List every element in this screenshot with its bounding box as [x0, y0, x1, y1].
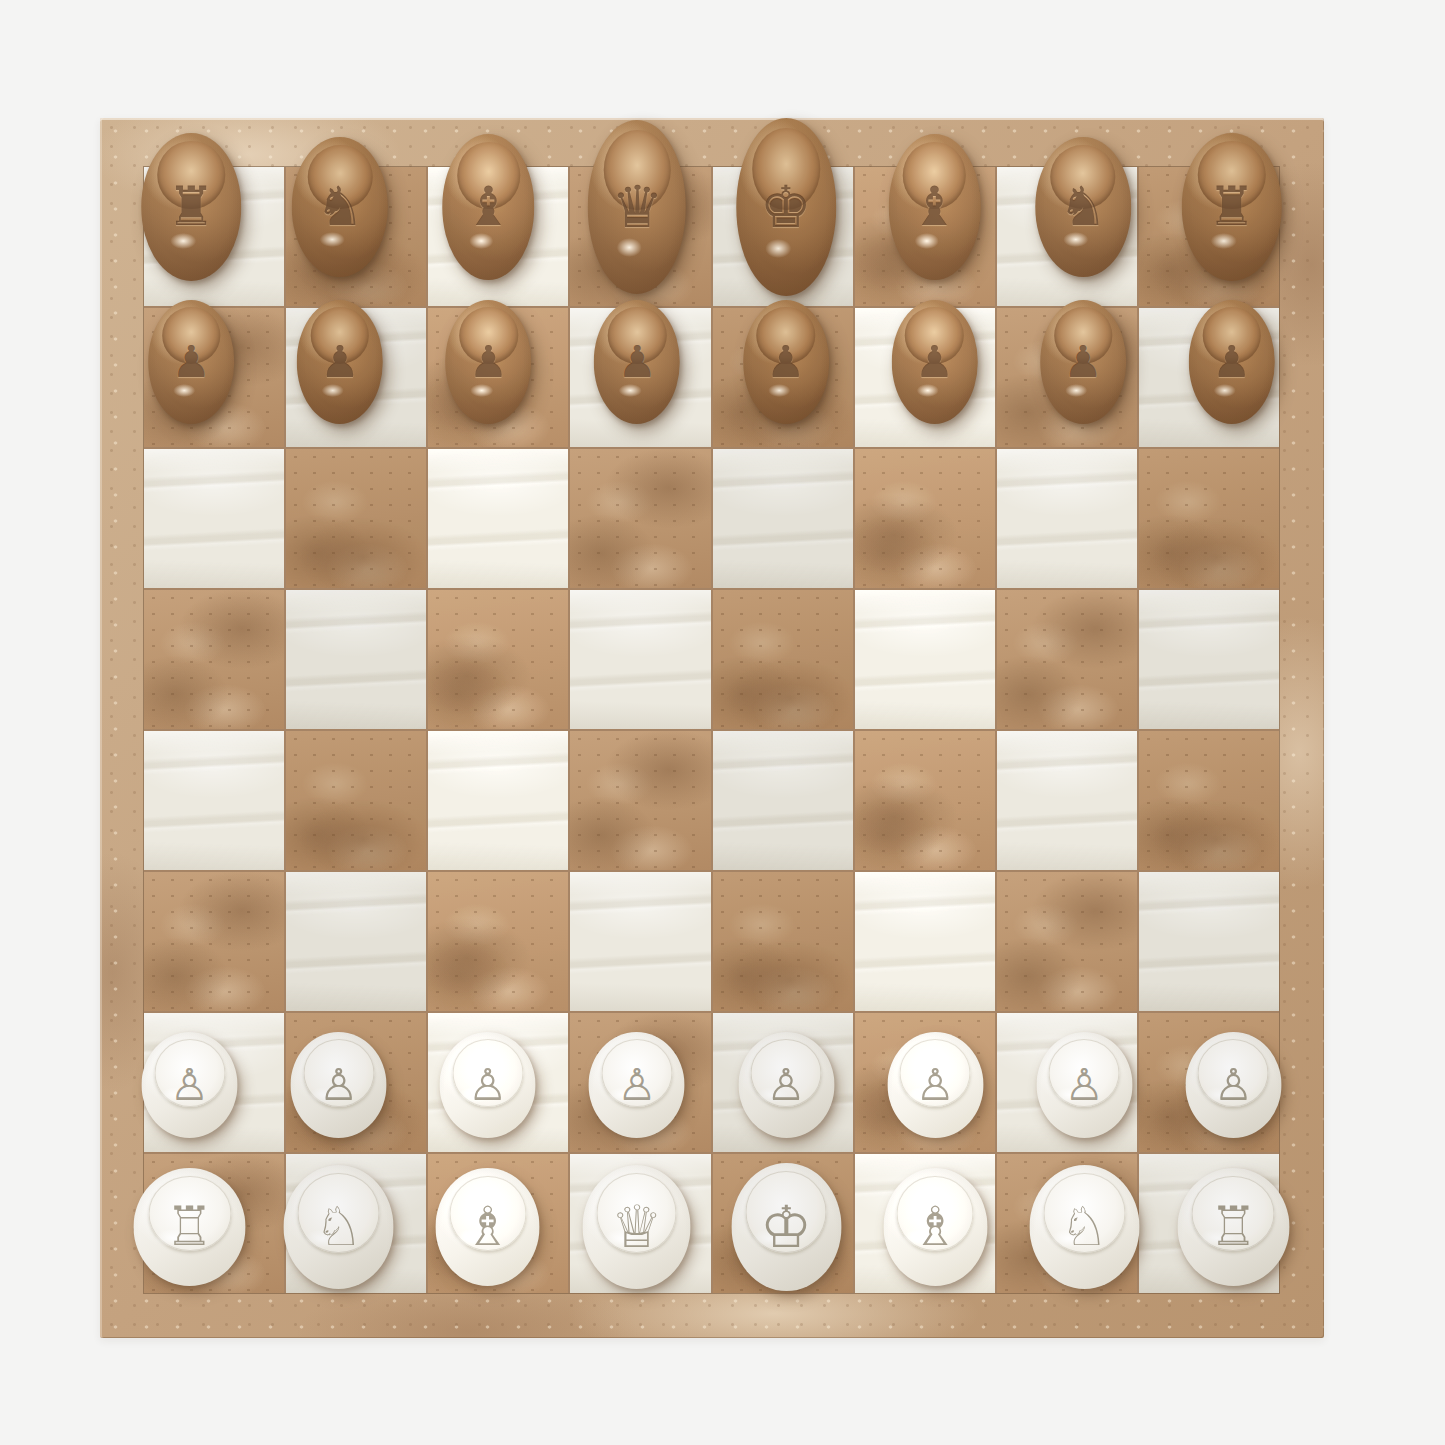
piece-glyph: ♘ — [314, 1200, 362, 1254]
piece-glyph: ♙ — [915, 1063, 954, 1107]
square-g8: ♞ — [997, 167, 1137, 306]
square-h7: ♟ — [1139, 308, 1279, 447]
piece-white-knight-b1: ♘ — [284, 1165, 394, 1289]
square-e1: ♔ — [713, 1154, 853, 1293]
piece-glyph: ♟ — [320, 340, 359, 384]
piece-glyph: ♙ — [1065, 1063, 1104, 1107]
square-g7: ♟ — [997, 308, 1137, 447]
square-d5 — [570, 590, 710, 729]
piece-glyph: ♖ — [1209, 1200, 1257, 1254]
piece-black-rook-a8: ♜ — [141, 133, 241, 281]
piece-glyph: ♗ — [911, 1200, 959, 1254]
piece-glyph: ♝ — [464, 180, 512, 234]
square-d7: ♟ — [570, 308, 710, 447]
square-b2: ♙ — [286, 1013, 426, 1152]
piece-glyph: ♝ — [910, 180, 958, 234]
piece-glyph: ♙ — [766, 1063, 805, 1107]
square-e8: ♚ — [713, 167, 853, 306]
square-c3 — [428, 872, 568, 1011]
piece-glyph: ♛ — [611, 178, 663, 236]
piece-white-pawn-b2: ♙ — [291, 1032, 387, 1138]
piece-black-bishop-f8: ♝ — [888, 134, 980, 280]
piece-glyph: ♙ — [617, 1063, 656, 1107]
piece-white-pawn-c2: ♙ — [440, 1032, 536, 1138]
square-d3 — [570, 872, 710, 1011]
square-e5 — [713, 590, 853, 729]
square-f3 — [855, 872, 995, 1011]
piece-glyph: ♙ — [468, 1063, 507, 1107]
square-c7: ♟ — [428, 308, 568, 447]
piece-glyph: ♙ — [1214, 1063, 1253, 1107]
piece-black-queen-d8: ♛ — [588, 120, 686, 294]
piece-black-pawn-d7: ♟ — [594, 300, 680, 424]
piece-black-pawn-g7: ♟ — [1040, 300, 1126, 424]
piece-black-pawn-e7: ♟ — [743, 300, 829, 424]
piece-glyph: ♞ — [1059, 180, 1107, 234]
piece-white-pawn-g2: ♙ — [1036, 1032, 1132, 1138]
board-grid: ♜♞♝♛♚♝♞♜♟♟♟♟♟♟♟♟♙♙♙♙♙♙♙♙♖♘♗♕♔♗♘♖ — [144, 167, 1279, 1293]
square-d1: ♕ — [570, 1154, 710, 1293]
piece-black-pawn-f7: ♟ — [891, 300, 977, 424]
piece-white-bishop-f1: ♗ — [883, 1168, 987, 1286]
square-f1: ♗ — [855, 1154, 995, 1293]
square-c2: ♙ — [428, 1013, 568, 1152]
square-c4 — [428, 731, 568, 870]
piece-glyph: ♙ — [319, 1063, 358, 1107]
piece-black-king-e8: ♚ — [736, 118, 836, 296]
square-a7: ♟ — [144, 308, 284, 447]
piece-glyph: ♖ — [165, 1200, 213, 1254]
square-d6 — [570, 449, 710, 588]
piece-black-pawn-a7: ♟ — [148, 300, 234, 424]
piece-white-rook-h1: ♖ — [1177, 1168, 1289, 1286]
square-g4 — [997, 731, 1137, 870]
square-a8: ♜ — [144, 167, 284, 306]
piece-black-bishop-c8: ♝ — [443, 134, 535, 280]
square-b1: ♘ — [286, 1154, 426, 1293]
square-b7: ♟ — [286, 308, 426, 447]
piece-white-bishop-c1: ♗ — [436, 1168, 540, 1286]
piece-white-king-e1: ♔ — [731, 1163, 841, 1291]
square-e2: ♙ — [713, 1013, 853, 1152]
square-f8: ♝ — [855, 167, 995, 306]
square-d2: ♙ — [570, 1013, 710, 1152]
chess-board: ♜♞♝♛♚♝♞♜♟♟♟♟♟♟♟♟♙♙♙♙♙♙♙♙♖♘♗♕♔♗♘♖ — [100, 118, 1324, 1338]
square-a1: ♖ — [144, 1154, 284, 1293]
piece-glyph: ♟ — [172, 340, 211, 384]
piece-white-pawn-d2: ♙ — [589, 1032, 685, 1138]
piece-white-pawn-a2: ♙ — [142, 1032, 238, 1138]
piece-glyph: ♞ — [316, 180, 364, 234]
piece-black-knight-b8: ♞ — [292, 137, 388, 277]
square-g2: ♙ — [997, 1013, 1137, 1152]
piece-black-pawn-c7: ♟ — [446, 300, 532, 424]
piece-white-knight-g1: ♘ — [1029, 1165, 1139, 1289]
square-a6 — [144, 449, 284, 588]
piece-glyph: ♟ — [1063, 340, 1102, 384]
square-b6 — [286, 449, 426, 588]
piece-black-rook-h8: ♜ — [1182, 133, 1282, 281]
square-f6 — [855, 449, 995, 588]
square-h8: ♜ — [1139, 167, 1279, 306]
square-c6 — [428, 449, 568, 588]
piece-glyph: ♟ — [469, 340, 508, 384]
piece-glyph: ♜ — [167, 180, 215, 234]
square-e3 — [713, 872, 853, 1011]
square-b8: ♞ — [286, 167, 426, 306]
square-h3 — [1139, 872, 1279, 1011]
piece-glyph: ♕ — [611, 1198, 663, 1256]
piece-white-pawn-f2: ♙ — [887, 1032, 983, 1138]
piece-glyph: ♔ — [760, 1198, 812, 1256]
square-g3 — [997, 872, 1137, 1011]
piece-white-queen-d1: ♕ — [583, 1165, 691, 1289]
square-e6 — [713, 449, 853, 588]
square-a3 — [144, 872, 284, 1011]
piece-black-pawn-b7: ♟ — [297, 300, 383, 424]
square-b4 — [286, 731, 426, 870]
square-g6 — [997, 449, 1137, 588]
piece-glyph: ♙ — [170, 1063, 209, 1107]
square-e7: ♟ — [713, 308, 853, 447]
piece-white-pawn-e2: ♙ — [738, 1032, 834, 1138]
square-f4 — [855, 731, 995, 870]
piece-glyph: ♟ — [1212, 340, 1251, 384]
piece-white-rook-a1: ♖ — [134, 1168, 246, 1286]
square-a5 — [144, 590, 284, 729]
piece-glyph: ♗ — [464, 1200, 512, 1254]
square-b5 — [286, 590, 426, 729]
square-g1: ♘ — [997, 1154, 1137, 1293]
square-c8: ♝ — [428, 167, 568, 306]
square-a4 — [144, 731, 284, 870]
square-f7: ♟ — [855, 308, 995, 447]
piece-glyph: ♟ — [915, 340, 954, 384]
piece-black-knight-g8: ♞ — [1035, 137, 1131, 277]
piece-glyph: ♚ — [760, 178, 812, 236]
square-f2: ♙ — [855, 1013, 995, 1152]
square-c1: ♗ — [428, 1154, 568, 1293]
product-photo-scene: ♜♞♝♛♚♝♞♜♟♟♟♟♟♟♟♟♙♙♙♙♙♙♙♙♖♘♗♕♔♗♘♖ — [0, 0, 1445, 1445]
square-h4 — [1139, 731, 1279, 870]
square-d8: ♛ — [570, 167, 710, 306]
square-h2: ♙ — [1139, 1013, 1279, 1152]
square-b3 — [286, 872, 426, 1011]
square-f5 — [855, 590, 995, 729]
piece-glyph: ♘ — [1060, 1200, 1108, 1254]
square-c5 — [428, 590, 568, 729]
square-e4 — [713, 731, 853, 870]
square-h6 — [1139, 449, 1279, 588]
piece-glyph: ♜ — [1207, 180, 1255, 234]
piece-black-pawn-h7: ♟ — [1189, 300, 1275, 424]
square-g5 — [997, 590, 1137, 729]
square-h1: ♖ — [1139, 1154, 1279, 1293]
piece-white-pawn-h2: ♙ — [1185, 1032, 1281, 1138]
square-d4 — [570, 731, 710, 870]
piece-glyph: ♟ — [617, 340, 656, 384]
piece-glyph: ♟ — [766, 340, 805, 384]
square-a2: ♙ — [144, 1013, 284, 1152]
square-h5 — [1139, 590, 1279, 729]
